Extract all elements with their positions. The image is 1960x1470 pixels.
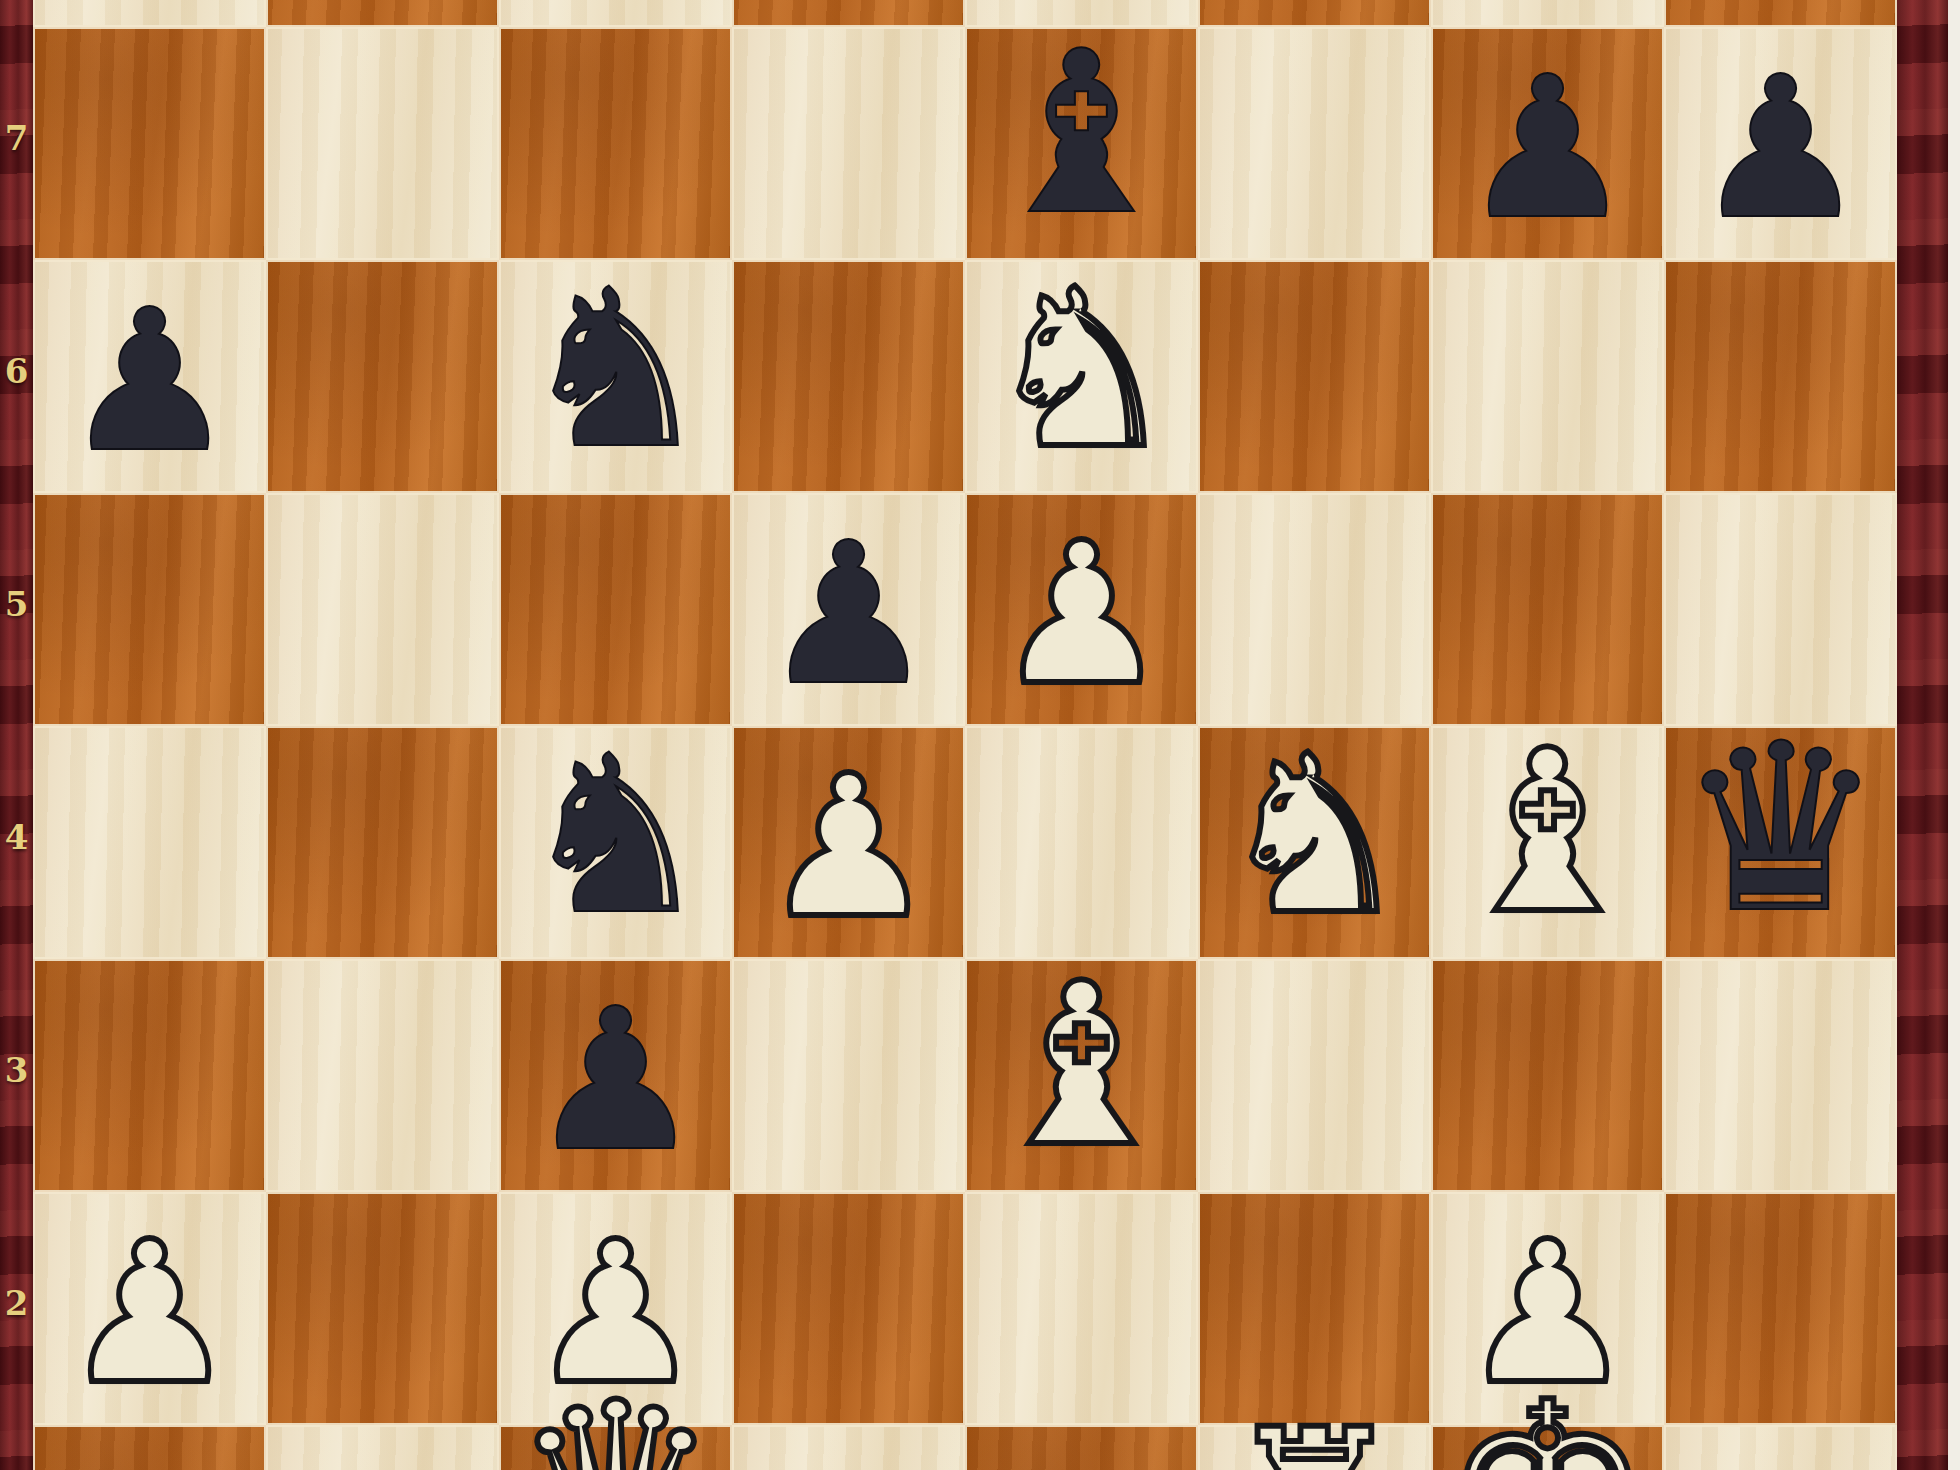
square-g3[interactable]: [1431, 959, 1664, 1192]
board-frame-right: [1897, 0, 1948, 1470]
square-d7[interactable]: [732, 27, 965, 260]
piece-black-pawn-h7[interactable]: ♟: [1664, 27, 1897, 260]
square-b2[interactable]: [266, 1192, 499, 1425]
rank-label-2: 2: [0, 1283, 33, 1323]
piece-black-pawn-a6[interactable]: ♟: [33, 260, 266, 493]
piece-white-bishop-g4[interactable]: ♝: [1431, 726, 1664, 959]
square-d8[interactable]: [732, 0, 965, 27]
piece-white-pawn-d4[interactable]: ♟: [732, 726, 965, 959]
piece-black-pawn-d5[interactable]: ♟: [732, 493, 965, 726]
board-frame-left: [0, 0, 33, 1470]
square-h1[interactable]: [1664, 1425, 1897, 1470]
square-b7[interactable]: [266, 27, 499, 260]
piece-black-bishop-e7[interactable]: ♝: [965, 27, 1198, 260]
square-e4[interactable]: [965, 726, 1198, 959]
piece-black-pawn-g7[interactable]: ♟: [1431, 27, 1664, 260]
square-a7[interactable]: [33, 27, 266, 260]
piece-white-king-g1[interactable]: ♚: [1431, 1385, 1664, 1470]
piece-black-pawn-c3[interactable]: ♟: [499, 959, 732, 1192]
rank-label-7: 7: [0, 118, 33, 158]
chess-board-screenshot: ♜♝♚♝♟♟♟♞♞♟♟♞♟♞♝♛♟♝♟♟♟♛♜♚ 765432: [0, 0, 1960, 1470]
piece-black-bishop-c8[interactable]: ♝: [499, 0, 732, 41]
square-h2[interactable]: [1664, 1192, 1897, 1425]
square-a4[interactable]: [33, 726, 266, 959]
piece-black-knight-c4[interactable]: ♞: [499, 726, 732, 959]
piece-white-bishop-e3[interactable]: ♝: [965, 959, 1198, 1192]
square-h8[interactable]: [1664, 0, 1897, 27]
square-f5[interactable]: [1198, 493, 1431, 726]
piece-black-rook-a8[interactable]: ♜: [33, 0, 266, 41]
square-e2[interactable]: [965, 1192, 1198, 1425]
square-a3[interactable]: [33, 959, 266, 1192]
square-d6[interactable]: [732, 260, 965, 493]
square-g5[interactable]: [1431, 493, 1664, 726]
square-h5[interactable]: [1664, 493, 1897, 726]
rank-label-6: 6: [0, 351, 33, 391]
rank-label-4: 4: [0, 817, 33, 857]
piece-white-queen-c1[interactable]: ♛: [499, 1385, 732, 1470]
square-a5[interactable]: [33, 493, 266, 726]
square-f8[interactable]: [1198, 0, 1431, 27]
square-d1[interactable]: [732, 1425, 965, 1470]
square-h6[interactable]: [1664, 260, 1897, 493]
rank-label-3: 3: [0, 1050, 33, 1090]
piece-white-knight-e6[interactable]: ♞: [965, 260, 1198, 493]
piece-white-rook-f1[interactable]: ♜: [1198, 1385, 1431, 1470]
square-d3[interactable]: [732, 959, 965, 1192]
square-f6[interactable]: [1198, 260, 1431, 493]
rank-label-5: 5: [0, 584, 33, 624]
square-c5[interactable]: [499, 493, 732, 726]
square-b4[interactable]: [266, 726, 499, 959]
piece-white-pawn-a2[interactable]: ♟: [33, 1192, 266, 1425]
piece-white-pawn-e5[interactable]: ♟: [965, 493, 1198, 726]
square-a1[interactable]: [33, 1425, 266, 1470]
piece-black-queen-h4[interactable]: ♛: [1664, 726, 1897, 959]
square-g6[interactable]: [1431, 260, 1664, 493]
square-b5[interactable]: [266, 493, 499, 726]
square-b8[interactable]: [266, 0, 499, 27]
square-f3[interactable]: [1198, 959, 1431, 1192]
square-f7[interactable]: [1198, 27, 1431, 260]
chess-board: ♜♝♚♝♟♟♟♞♞♟♟♞♟♞♝♛♟♝♟♟♟♛♜♚: [33, 0, 1897, 1470]
piece-white-knight-f4[interactable]: ♞: [1198, 726, 1431, 959]
piece-black-knight-c6[interactable]: ♞: [499, 260, 732, 493]
square-d2[interactable]: [732, 1192, 965, 1425]
square-c7[interactable]: [499, 27, 732, 260]
square-e1[interactable]: [965, 1425, 1198, 1470]
square-b3[interactable]: [266, 959, 499, 1192]
square-h3[interactable]: [1664, 959, 1897, 1192]
square-b6[interactable]: [266, 260, 499, 493]
square-b1[interactable]: [266, 1425, 499, 1470]
